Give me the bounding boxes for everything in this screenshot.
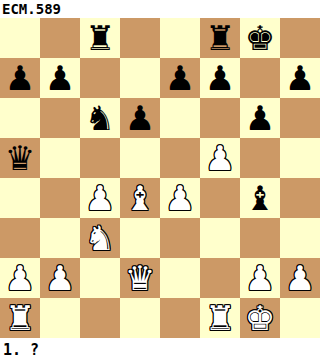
square-h4[interactable] [280, 178, 320, 218]
square-f2[interactable] [200, 258, 240, 298]
square-e1[interactable] [160, 298, 200, 338]
square-f1[interactable]: ♜ [200, 298, 240, 338]
square-h8[interactable] [280, 18, 320, 58]
piece-white-pawn: ♟ [285, 258, 315, 298]
square-e2[interactable] [160, 258, 200, 298]
square-g4[interactable]: ♝ [240, 178, 280, 218]
square-b3[interactable] [40, 218, 80, 258]
square-h5[interactable] [280, 138, 320, 178]
piece-black-rook: ♜ [205, 18, 235, 58]
chess-board: ♜♜♚♟♟♟♟♟♞♟♟♛♟♟♝♟♝♞♟♟♛♟♟♜♜♚ [0, 18, 320, 338]
square-c1[interactable] [80, 298, 120, 338]
square-d6[interactable]: ♟ [120, 98, 160, 138]
piece-black-pawn: ♟ [125, 98, 155, 138]
piece-white-knight: ♞ [85, 218, 115, 258]
move-prompt: 1. ? [0, 338, 320, 360]
square-d7[interactable] [120, 58, 160, 98]
square-b4[interactable] [40, 178, 80, 218]
piece-white-queen: ♛ [125, 258, 155, 298]
square-d1[interactable] [120, 298, 160, 338]
square-b8[interactable] [40, 18, 80, 58]
square-e5[interactable] [160, 138, 200, 178]
square-c2[interactable] [80, 258, 120, 298]
square-f5[interactable]: ♟ [200, 138, 240, 178]
square-g7[interactable] [240, 58, 280, 98]
square-b7[interactable]: ♟ [40, 58, 80, 98]
piece-black-pawn: ♟ [5, 58, 35, 98]
square-a3[interactable] [0, 218, 40, 258]
square-g3[interactable] [240, 218, 280, 258]
square-b6[interactable] [40, 98, 80, 138]
square-h7[interactable]: ♟ [280, 58, 320, 98]
square-d3[interactable] [120, 218, 160, 258]
square-d8[interactable] [120, 18, 160, 58]
piece-white-pawn: ♟ [5, 258, 35, 298]
square-a1[interactable]: ♜ [0, 298, 40, 338]
square-e8[interactable] [160, 18, 200, 58]
square-g2[interactable]: ♟ [240, 258, 280, 298]
piece-white-bishop: ♝ [125, 178, 155, 218]
square-c8[interactable]: ♜ [80, 18, 120, 58]
piece-black-bishop: ♝ [245, 178, 275, 218]
piece-black-queen: ♛ [5, 138, 35, 178]
square-f8[interactable]: ♜ [200, 18, 240, 58]
square-c5[interactable] [80, 138, 120, 178]
square-c4[interactable]: ♟ [80, 178, 120, 218]
piece-black-pawn: ♟ [205, 58, 235, 98]
square-g8[interactable]: ♚ [240, 18, 280, 58]
square-b5[interactable] [40, 138, 80, 178]
square-b1[interactable] [40, 298, 80, 338]
square-f7[interactable]: ♟ [200, 58, 240, 98]
square-e7[interactable]: ♟ [160, 58, 200, 98]
square-a6[interactable] [0, 98, 40, 138]
square-e6[interactable] [160, 98, 200, 138]
square-g6[interactable]: ♟ [240, 98, 280, 138]
piece-white-pawn: ♟ [45, 258, 75, 298]
square-h2[interactable]: ♟ [280, 258, 320, 298]
square-b2[interactable]: ♟ [40, 258, 80, 298]
piece-white-rook: ♜ [205, 298, 235, 338]
square-d2[interactable]: ♛ [120, 258, 160, 298]
square-d5[interactable] [120, 138, 160, 178]
square-h3[interactable] [280, 218, 320, 258]
piece-white-pawn: ♟ [165, 178, 195, 218]
square-a7[interactable]: ♟ [0, 58, 40, 98]
piece-black-pawn: ♟ [45, 58, 75, 98]
square-a5[interactable]: ♛ [0, 138, 40, 178]
piece-black-pawn: ♟ [165, 58, 195, 98]
square-c3[interactable]: ♞ [80, 218, 120, 258]
chess-diagram-page: ECM.589 ♜♜♚♟♟♟♟♟♞♟♟♛♟♟♝♟♝♞♟♟♛♟♟♜♜♚ 1. ? [0, 0, 320, 360]
square-h6[interactable] [280, 98, 320, 138]
piece-black-king: ♚ [245, 18, 275, 58]
piece-white-pawn: ♟ [245, 258, 275, 298]
piece-black-pawn: ♟ [285, 58, 315, 98]
diagram-title: ECM.589 [0, 0, 320, 18]
square-a4[interactable] [0, 178, 40, 218]
square-h1[interactable] [280, 298, 320, 338]
piece-black-pawn: ♟ [245, 98, 275, 138]
square-e3[interactable] [160, 218, 200, 258]
square-a8[interactable] [0, 18, 40, 58]
square-f4[interactable] [200, 178, 240, 218]
square-g5[interactable] [240, 138, 280, 178]
square-c6[interactable]: ♞ [80, 98, 120, 138]
piece-black-rook: ♜ [85, 18, 115, 58]
square-c7[interactable] [80, 58, 120, 98]
piece-black-knight: ♞ [85, 98, 115, 138]
piece-white-king: ♚ [245, 298, 275, 338]
square-f3[interactable] [200, 218, 240, 258]
square-a2[interactable]: ♟ [0, 258, 40, 298]
piece-white-pawn: ♟ [85, 178, 115, 218]
square-g1[interactable]: ♚ [240, 298, 280, 338]
square-e4[interactable]: ♟ [160, 178, 200, 218]
square-f6[interactable] [200, 98, 240, 138]
square-d4[interactable]: ♝ [120, 178, 160, 218]
piece-white-rook: ♜ [5, 298, 35, 338]
piece-white-pawn: ♟ [205, 138, 235, 178]
